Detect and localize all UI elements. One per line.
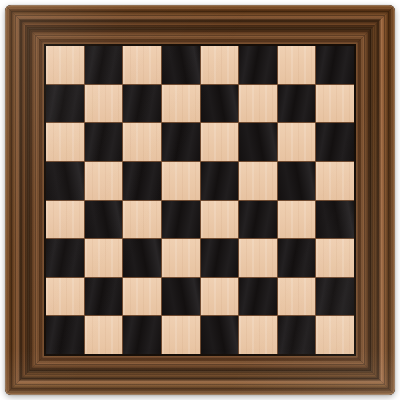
square-c8[interactable] <box>123 46 161 84</box>
square-b3[interactable] <box>85 239 123 277</box>
square-d1[interactable] <box>162 316 200 354</box>
square-c6[interactable] <box>123 123 161 161</box>
square-d2[interactable] <box>162 278 200 316</box>
square-h3[interactable] <box>316 239 354 277</box>
square-d4[interactable] <box>162 201 200 239</box>
square-c7[interactable] <box>123 85 161 123</box>
square-f5[interactable] <box>239 162 277 200</box>
square-b8[interactable] <box>85 46 123 84</box>
square-h6[interactable] <box>316 123 354 161</box>
square-b7[interactable] <box>85 85 123 123</box>
square-a7[interactable] <box>46 85 84 123</box>
square-e3[interactable] <box>201 239 239 277</box>
square-a2[interactable] <box>46 278 84 316</box>
square-c1[interactable] <box>123 316 161 354</box>
frame-right-rail <box>356 5 395 395</box>
square-b6[interactable] <box>85 123 123 161</box>
square-g6[interactable] <box>278 123 316 161</box>
square-e2[interactable] <box>201 278 239 316</box>
square-d8[interactable] <box>162 46 200 84</box>
square-a6[interactable] <box>46 123 84 161</box>
square-g1[interactable] <box>278 316 316 354</box>
board-frame <box>5 5 395 395</box>
square-h1[interactable] <box>316 316 354 354</box>
square-c4[interactable] <box>123 201 161 239</box>
square-a4[interactable] <box>46 201 84 239</box>
square-h4[interactable] <box>316 201 354 239</box>
board-photo <box>0 0 400 400</box>
square-c5[interactable] <box>123 162 161 200</box>
frame-top-rail <box>5 5 395 44</box>
square-a3[interactable] <box>46 239 84 277</box>
square-c2[interactable] <box>123 278 161 316</box>
chess-board <box>44 44 356 356</box>
square-d6[interactable] <box>162 123 200 161</box>
square-f1[interactable] <box>239 316 277 354</box>
square-d3[interactable] <box>162 239 200 277</box>
square-b4[interactable] <box>85 201 123 239</box>
square-e1[interactable] <box>201 316 239 354</box>
square-f4[interactable] <box>239 201 277 239</box>
square-f6[interactable] <box>239 123 277 161</box>
square-f7[interactable] <box>239 85 277 123</box>
square-h8[interactable] <box>316 46 354 84</box>
frame-bottom-rail <box>5 356 395 395</box>
square-d7[interactable] <box>162 85 200 123</box>
square-g2[interactable] <box>278 278 316 316</box>
square-h2[interactable] <box>316 278 354 316</box>
square-f2[interactable] <box>239 278 277 316</box>
square-f3[interactable] <box>239 239 277 277</box>
square-e5[interactable] <box>201 162 239 200</box>
square-f8[interactable] <box>239 46 277 84</box>
square-g5[interactable] <box>278 162 316 200</box>
square-b5[interactable] <box>85 162 123 200</box>
square-a8[interactable] <box>46 46 84 84</box>
square-c3[interactable] <box>123 239 161 277</box>
square-b1[interactable] <box>85 316 123 354</box>
square-h7[interactable] <box>316 85 354 123</box>
square-g3[interactable] <box>278 239 316 277</box>
square-d5[interactable] <box>162 162 200 200</box>
square-g8[interactable] <box>278 46 316 84</box>
square-g4[interactable] <box>278 201 316 239</box>
board-grid <box>46 46 354 354</box>
square-e8[interactable] <box>201 46 239 84</box>
square-a1[interactable] <box>46 316 84 354</box>
frame-left-rail <box>5 5 44 395</box>
square-g7[interactable] <box>278 85 316 123</box>
square-e7[interactable] <box>201 85 239 123</box>
square-a5[interactable] <box>46 162 84 200</box>
square-e6[interactable] <box>201 123 239 161</box>
square-h5[interactable] <box>316 162 354 200</box>
square-b2[interactable] <box>85 278 123 316</box>
square-e4[interactable] <box>201 201 239 239</box>
